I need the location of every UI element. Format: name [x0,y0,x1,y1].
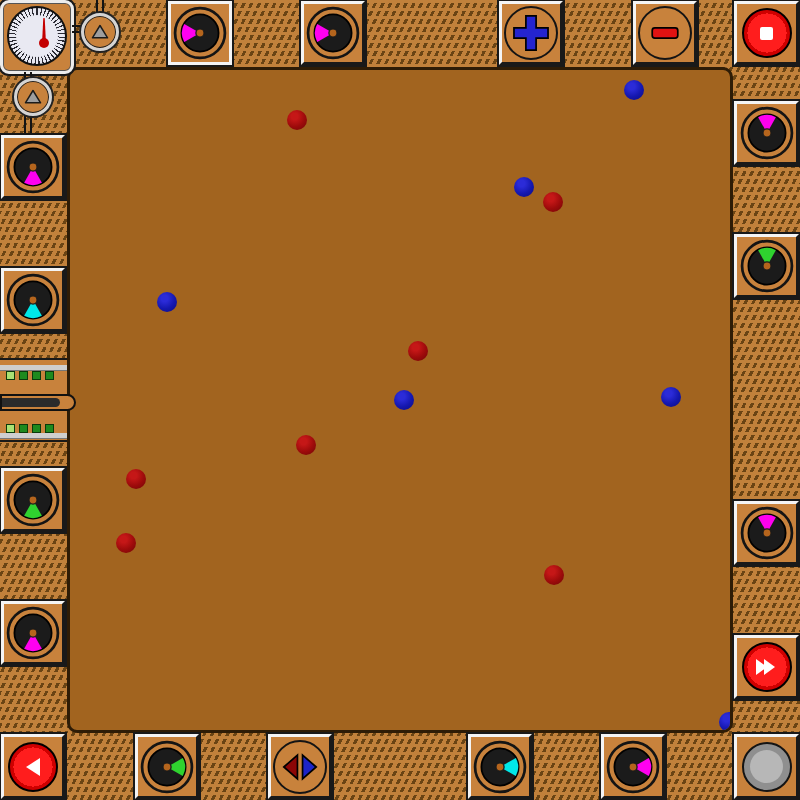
knob-green-left[interactable] [1,468,65,532]
knob-magenta-left-2[interactable] [1,601,65,665]
led-dark [19,371,28,380]
knob-wedge-left-icon [304,4,362,62]
stop-square-icon [760,27,773,40]
triangle-up-icon [87,19,113,45]
up-arrow-button-left[interactable] [14,78,52,116]
red-ball [544,565,564,585]
gauge-face [16,15,58,57]
knob-cyan-left[interactable] [1,268,65,332]
led-light [6,371,15,380]
knob-wedge-up-icon [738,237,796,295]
slider-bar[interactable] [0,394,76,411]
minus-ring [638,6,692,60]
knob-magenta-bottom[interactable] [601,734,665,799]
knob-wedge-up-icon [738,504,796,562]
knob-wedge-down-icon [4,471,62,529]
analog-gauge [7,6,67,66]
wire [24,115,26,135]
red-ball [543,192,563,212]
up-arrow-button-top[interactable] [81,13,119,51]
knob-wedge-left-icon [171,4,229,62]
led-meter-slider[interactable] [0,358,67,442]
blue-ball [514,177,534,197]
knob-magenta-top-1[interactable] [168,1,232,65]
bounce-ring [273,740,327,794]
wire [30,115,32,135]
knob-wedge-right-icon [471,738,529,796]
blue-ball [394,390,414,410]
meter-bottom-strip [0,433,67,439]
gauge-tile [0,0,74,74]
triangle-left-icon [26,758,40,776]
double-triangle-right-icon [759,659,775,675]
plus-icon [508,10,554,56]
back-button[interactable] [1,734,65,799]
knob-magenta-top-2[interactable] [301,1,365,65]
fast-forward-button[interactable] [734,635,799,699]
led-dark [32,371,41,380]
gray-disabled-button[interactable] [734,734,799,799]
knob-magenta-right-1[interactable] [734,101,799,165]
bounce-button[interactable] [268,734,332,799]
knob-wedge-up-icon [738,104,796,162]
knob-wedge-down-icon [4,271,62,329]
gray-circle-inner [750,750,783,783]
knob-green-right[interactable] [734,234,799,298]
led-dark [45,424,54,433]
knob-wedge-down-icon [4,138,62,196]
led-row-bottom [6,424,54,433]
stop-red-circle [742,8,792,58]
led-dark [32,424,41,433]
back-red-circle [8,742,58,792]
blue-ball [157,292,177,312]
red-ball [126,469,146,489]
plus-ring [504,6,558,60]
knob-wedge-right-icon [604,738,662,796]
red-ball [296,435,316,455]
blue-ball [661,387,681,407]
red-blue-triangles-icon [277,744,323,790]
simulation-window [0,0,800,800]
blue-ball [624,80,644,100]
slider-fill [2,398,60,407]
led-dark [19,424,28,433]
gauge-hub [39,38,49,48]
plus-button[interactable] [499,1,563,65]
knob-magenta-right-2[interactable] [734,501,799,565]
minus-button[interactable] [633,1,697,65]
knob-magenta-left-1[interactable] [1,135,65,199]
fast-forward-red-circle [742,642,792,692]
knob-green-bottom[interactable] [135,734,199,799]
red-ball [408,341,428,361]
led-dark [45,371,54,380]
led-row-top [6,371,54,380]
triangle-up-icon [20,84,46,110]
red-ball [287,110,307,130]
minus-icon [642,10,688,56]
blue-ball [719,712,733,732]
gray-circle [742,742,792,792]
board[interactable] [67,67,733,733]
knob-cyan-bottom[interactable] [468,734,532,799]
stop-button[interactable] [734,1,799,65]
led-light [6,424,15,433]
knob-wedge-right-icon [138,738,196,796]
red-ball [116,533,136,553]
knob-wedge-down-icon [4,604,62,662]
